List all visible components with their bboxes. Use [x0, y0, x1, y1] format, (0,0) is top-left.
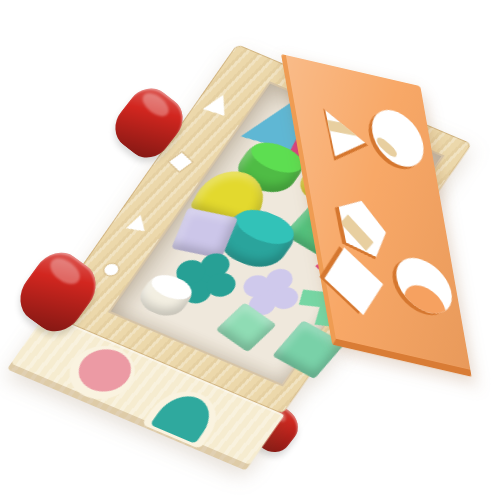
cutout-hole: [395, 250, 453, 322]
wood-seen-through-hole: [375, 135, 398, 159]
rail-circle-hole: [102, 262, 122, 278]
block-through-arch-hole: [150, 389, 220, 444]
product-photo: [0, 0, 500, 500]
lid-cutout-triangle: [304, 98, 368, 161]
crescent-bite: [403, 279, 447, 322]
block-lavender-flower: [253, 277, 289, 306]
cutout-hole: [368, 105, 428, 172]
rail-triangle-hole: [203, 90, 235, 116]
wood-seen-through-hole: [341, 215, 374, 252]
rail-square-hole: [169, 152, 192, 171]
lid-cutout-crescent: [391, 251, 449, 323]
block-through-circle-hole: [69, 342, 141, 399]
block-teal-flower: [186, 263, 225, 295]
lid-cutout-circle: [364, 107, 424, 174]
rail-triangle-hole: [126, 212, 151, 231]
front-arch-hole: [142, 382, 230, 449]
